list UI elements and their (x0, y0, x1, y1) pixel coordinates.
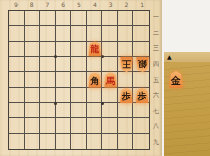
file-label: 6 (55, 1, 71, 9)
board-square[interactable] (71, 103, 87, 118)
board-square[interactable] (25, 57, 41, 72)
board-square[interactable] (133, 134, 149, 149)
shogi-piece-1六[interactable]: 歩 (136, 88, 149, 103)
piece-glyph: 角 (90, 77, 99, 86)
board-square[interactable] (133, 118, 149, 133)
board-square[interactable] (9, 88, 25, 103)
sente-komadai: ▲ 金 (164, 52, 210, 156)
board-square[interactable] (102, 57, 118, 72)
board-square[interactable] (9, 26, 25, 41)
board-square[interactable] (56, 57, 72, 72)
board-square[interactable] (71, 134, 87, 149)
board-square[interactable] (71, 57, 87, 72)
board-square[interactable] (71, 72, 87, 87)
rank-label: 九 (151, 135, 161, 151)
board-square[interactable] (133, 26, 149, 41)
board-square[interactable] (133, 11, 149, 26)
shogi-piece-4五[interactable]: 角 (88, 73, 101, 88)
piece-body: 龍 (88, 41, 101, 56)
board-square[interactable] (56, 134, 72, 149)
hand-piece-金[interactable]: 金 (169, 71, 183, 88)
board-square[interactable] (56, 72, 72, 87)
piece-glyph: 馬 (106, 77, 115, 86)
shogi-piece-4三[interactable]: 龍 (88, 41, 101, 56)
file-label: 8 (24, 1, 40, 9)
piece-body: 角 (88, 73, 101, 88)
star-point (101, 102, 104, 105)
board-square[interactable] (102, 26, 118, 41)
board-square[interactable] (56, 11, 72, 26)
piece-glyph: 銀 (138, 59, 147, 68)
piece-glyph: 王 (122, 59, 131, 68)
board-square[interactable] (71, 26, 87, 41)
board-square[interactable] (87, 11, 103, 26)
board-square[interactable] (118, 134, 134, 149)
board-square[interactable] (9, 72, 25, 87)
piece-glyph: 歩 (122, 92, 131, 101)
file-label: 3 (103, 1, 119, 9)
board-square[interactable] (118, 103, 134, 118)
board-square[interactable] (40, 103, 56, 118)
rank-label: 五 (151, 72, 161, 88)
board-square[interactable] (102, 134, 118, 149)
board-square[interactable] (9, 118, 25, 133)
board-square[interactable] (133, 103, 149, 118)
star-point (54, 55, 57, 58)
piece-glyph: 歩 (138, 92, 147, 101)
piece-body: 馬 (104, 73, 117, 88)
board-square[interactable] (56, 26, 72, 41)
board-square[interactable] (118, 26, 134, 41)
file-label: 7 (40, 1, 56, 9)
board-square[interactable] (25, 103, 41, 118)
file-label: 9 (8, 1, 24, 9)
shogi-piece-1四[interactable]: 銀 (136, 57, 149, 72)
board-square[interactable] (56, 42, 72, 57)
rank-label: 六 (151, 88, 161, 104)
rank-label: 一 (151, 10, 161, 26)
shogi-piece-2四[interactable]: 王 (120, 57, 133, 72)
board-square[interactable] (118, 118, 134, 133)
shogi-diagram: 987654321 一二三四五六七八九 龍王銀角馬歩歩 ▲ 金 (0, 0, 210, 156)
board-square[interactable] (40, 134, 56, 149)
board-square[interactable] (9, 42, 25, 57)
board-square[interactable] (40, 88, 56, 103)
rank-label: 四 (151, 57, 161, 73)
board-square[interactable] (9, 103, 25, 118)
right-panel: ▲ 金 (162, 0, 210, 156)
board-square[interactable] (25, 134, 41, 149)
file-label: 5 (71, 1, 87, 9)
board-square[interactable] (102, 103, 118, 118)
board-square[interactable] (25, 72, 41, 87)
board-square[interactable] (9, 11, 25, 26)
sente-hand-pieces: 金 (164, 62, 210, 156)
star-point (54, 102, 57, 105)
file-label: 2 (118, 1, 134, 9)
file-label: 4 (87, 1, 103, 9)
piece-body: 王 (120, 57, 133, 72)
shogi-piece-2六[interactable]: 歩 (120, 88, 133, 103)
board-square[interactable] (102, 118, 118, 133)
board-square[interactable] (9, 134, 25, 149)
board-square[interactable] (25, 26, 41, 41)
board-square[interactable] (71, 118, 87, 133)
board-square[interactable] (40, 57, 56, 72)
board-square[interactable] (87, 103, 103, 118)
board-square[interactable] (71, 88, 87, 103)
rank-label: 七 (151, 103, 161, 119)
file-label: 1 (134, 1, 150, 9)
board-square[interactable] (87, 118, 103, 133)
board-square[interactable] (40, 118, 56, 133)
board-square[interactable] (40, 11, 56, 26)
piece-body: 銀 (136, 57, 149, 72)
piece-glyph: 金 (171, 76, 181, 86)
komadai-header: ▲ (164, 52, 210, 62)
piece-body: 金 (169, 71, 183, 88)
board-square[interactable] (102, 11, 118, 26)
board-square[interactable] (118, 42, 134, 57)
board-square[interactable] (133, 42, 149, 57)
board-square[interactable] (25, 42, 41, 57)
board-square[interactable] (56, 118, 72, 133)
board-square[interactable] (87, 88, 103, 103)
board-square[interactable] (133, 72, 149, 87)
board-square[interactable] (102, 42, 118, 57)
piece-body: 歩 (136, 88, 149, 103)
gote-hand-area (162, 0, 210, 52)
board-square[interactable] (56, 88, 72, 103)
board-square[interactable] (9, 57, 25, 72)
rank-label: 八 (151, 119, 161, 135)
board-square[interactable] (87, 134, 103, 149)
board-square[interactable] (56, 103, 72, 118)
shogi-piece-3五[interactable]: 馬 (104, 73, 117, 88)
board-square[interactable] (87, 57, 103, 72)
board-square[interactable] (25, 118, 41, 133)
board-grid[interactable] (8, 10, 150, 150)
piece-body: 歩 (120, 88, 133, 103)
board-square[interactable] (71, 11, 87, 26)
board-square[interactable] (25, 11, 41, 26)
rank-coordinates: 一二三四五六七八九 (151, 10, 161, 150)
board-square[interactable] (40, 72, 56, 87)
board-square[interactable] (25, 88, 41, 103)
shogi-board: 987654321 一二三四五六七八九 龍王銀角馬歩歩 (0, 0, 162, 156)
board-square[interactable] (118, 72, 134, 87)
board-square[interactable] (87, 26, 103, 41)
board-square[interactable] (118, 11, 134, 26)
piece-glyph: 龍 (90, 45, 99, 54)
rank-label: 二 (151, 26, 161, 42)
board-square[interactable] (102, 88, 118, 103)
rank-label: 三 (151, 41, 161, 57)
board-square[interactable] (40, 26, 56, 41)
file-coordinates: 987654321 (8, 1, 150, 9)
sente-turn-marker: ▲ (167, 54, 172, 60)
board-square[interactable] (71, 42, 87, 57)
